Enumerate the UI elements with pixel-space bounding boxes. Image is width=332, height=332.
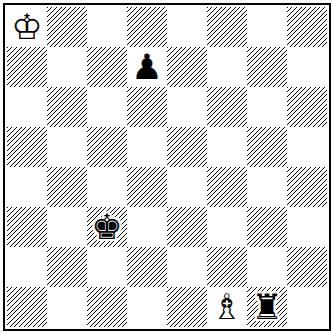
square-g2[interactable] xyxy=(247,247,287,287)
square-b1[interactable] xyxy=(47,287,87,327)
square-e8[interactable] xyxy=(167,7,207,47)
square-g5[interactable] xyxy=(247,127,287,167)
square-b2[interactable] xyxy=(47,247,87,287)
square-b7[interactable] xyxy=(47,47,87,87)
square-f5[interactable] xyxy=(207,127,247,167)
square-h3[interactable] xyxy=(287,207,327,247)
black-king-c3[interactable]: ♚ xyxy=(91,207,122,247)
square-f1[interactable]: ♗ xyxy=(207,287,247,327)
square-f7[interactable] xyxy=(207,47,247,87)
square-c5[interactable] xyxy=(87,127,127,167)
square-d6[interactable] xyxy=(127,87,167,127)
square-e6[interactable] xyxy=(167,87,207,127)
square-a7[interactable] xyxy=(7,47,47,87)
chess-diagram: ♔♟♚♗♜ xyxy=(0,0,332,332)
black-rook-g1[interactable]: ♜ xyxy=(251,287,282,327)
square-d5[interactable] xyxy=(127,127,167,167)
square-a3[interactable] xyxy=(7,207,47,247)
square-a1[interactable] xyxy=(7,287,47,327)
square-g4[interactable] xyxy=(247,167,287,207)
square-h8[interactable] xyxy=(287,7,327,47)
square-h4[interactable] xyxy=(287,167,327,207)
square-c8[interactable] xyxy=(87,7,127,47)
square-d7[interactable]: ♟ xyxy=(127,47,167,87)
board-frame: ♔♟♚♗♜ xyxy=(3,3,331,331)
square-e3[interactable] xyxy=(167,207,207,247)
square-e2[interactable] xyxy=(167,247,207,287)
square-d8[interactable] xyxy=(127,7,167,47)
square-a8[interactable]: ♔ xyxy=(7,7,47,47)
square-a6[interactable] xyxy=(7,87,47,127)
square-b3[interactable] xyxy=(47,207,87,247)
square-c3[interactable]: ♚ xyxy=(87,207,127,247)
square-g6[interactable] xyxy=(247,87,287,127)
square-h6[interactable] xyxy=(287,87,327,127)
square-h1[interactable] xyxy=(287,287,327,327)
square-c1[interactable] xyxy=(87,287,127,327)
square-b6[interactable] xyxy=(47,87,87,127)
square-d4[interactable] xyxy=(127,167,167,207)
square-g7[interactable] xyxy=(247,47,287,87)
square-e5[interactable] xyxy=(167,127,207,167)
chess-board: ♔♟♚♗♜ xyxy=(7,7,327,327)
square-c7[interactable] xyxy=(87,47,127,87)
square-g1[interactable]: ♜ xyxy=(247,287,287,327)
white-bishop-f1[interactable]: ♗ xyxy=(211,287,242,327)
white-king-a8[interactable]: ♔ xyxy=(11,7,42,47)
square-b5[interactable] xyxy=(47,127,87,167)
square-a4[interactable] xyxy=(7,167,47,207)
square-c4[interactable] xyxy=(87,167,127,207)
square-a2[interactable] xyxy=(7,247,47,287)
square-f3[interactable] xyxy=(207,207,247,247)
square-f2[interactable] xyxy=(207,247,247,287)
square-h2[interactable] xyxy=(287,247,327,287)
square-g3[interactable] xyxy=(247,207,287,247)
square-d2[interactable] xyxy=(127,247,167,287)
square-d1[interactable] xyxy=(127,287,167,327)
square-c2[interactable] xyxy=(87,247,127,287)
square-e7[interactable] xyxy=(167,47,207,87)
square-h5[interactable] xyxy=(287,127,327,167)
square-f6[interactable] xyxy=(207,87,247,127)
square-g8[interactable] xyxy=(247,7,287,47)
square-f8[interactable] xyxy=(207,7,247,47)
black-pawn-d7[interactable]: ♟ xyxy=(131,47,162,87)
square-h7[interactable] xyxy=(287,47,327,87)
square-e1[interactable] xyxy=(167,287,207,327)
square-a5[interactable] xyxy=(7,127,47,167)
square-e4[interactable] xyxy=(167,167,207,207)
square-d3[interactable] xyxy=(127,207,167,247)
square-b4[interactable] xyxy=(47,167,87,207)
square-b8[interactable] xyxy=(47,7,87,47)
square-f4[interactable] xyxy=(207,167,247,207)
square-c6[interactable] xyxy=(87,87,127,127)
